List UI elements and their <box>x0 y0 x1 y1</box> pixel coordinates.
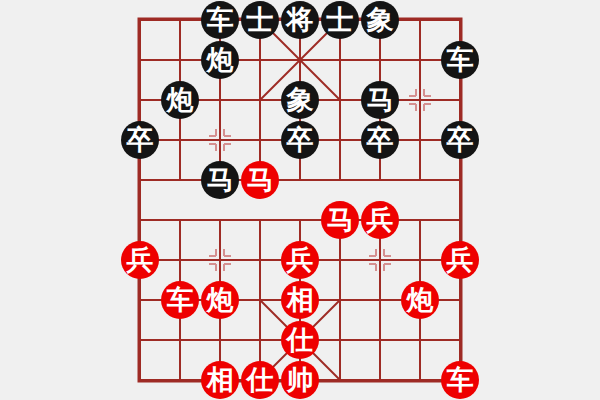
piece-black-象-4x2[interactable]: 象 <box>281 81 319 119</box>
piece-black-车-8x1[interactable]: 车 <box>441 41 479 79</box>
piece-red-兵-4x6[interactable]: 兵 <box>281 241 319 279</box>
piece-black-车-2x0[interactable]: 车 <box>201 1 239 39</box>
piece-black-马-2x4[interactable]: 马 <box>201 161 239 199</box>
piece-red-兵-8x6[interactable]: 兵 <box>441 241 479 279</box>
piece-black-炮-1x2[interactable]: 炮 <box>161 81 199 119</box>
pieces-layer: 车士将士象炮车炮象马卒卒卒卒马马马兵兵兵兵车炮相炮仕相仕帅车 <box>0 0 600 400</box>
piece-red-炮-7x7[interactable]: 炮 <box>401 281 439 319</box>
piece-red-车-8x9[interactable]: 车 <box>441 361 479 399</box>
piece-red-马-5x5[interactable]: 马 <box>321 201 359 239</box>
piece-red-炮-2x7[interactable]: 炮 <box>201 281 239 319</box>
piece-black-士-5x0[interactable]: 士 <box>321 1 359 39</box>
piece-black-卒-6x3[interactable]: 卒 <box>361 121 399 159</box>
piece-red-车-1x7[interactable]: 车 <box>161 281 199 319</box>
piece-black-卒-8x3[interactable]: 卒 <box>441 121 479 159</box>
piece-red-马-3x4[interactable]: 马 <box>241 161 279 199</box>
piece-red-兵-6x5[interactable]: 兵 <box>361 201 399 239</box>
piece-black-士-3x0[interactable]: 士 <box>241 1 279 39</box>
xiangqi-board: 车士将士象炮车炮象马卒卒卒卒马马马兵兵兵兵车炮相炮仕相仕帅车 <box>0 0 600 400</box>
piece-black-卒-0x3[interactable]: 卒 <box>121 121 159 159</box>
piece-red-帅-4x9[interactable]: 帅 <box>281 361 319 399</box>
piece-black-炮-2x1[interactable]: 炮 <box>201 41 239 79</box>
piece-red-相-2x9[interactable]: 相 <box>201 361 239 399</box>
piece-black-卒-4x3[interactable]: 卒 <box>281 121 319 159</box>
piece-black-马-6x2[interactable]: 马 <box>361 81 399 119</box>
piece-black-将-4x0[interactable]: 将 <box>281 1 319 39</box>
piece-red-相-4x7[interactable]: 相 <box>281 281 319 319</box>
piece-red-仕-4x8[interactable]: 仕 <box>281 321 319 359</box>
piece-black-象-6x0[interactable]: 象 <box>361 1 399 39</box>
piece-red-兵-0x6[interactable]: 兵 <box>121 241 159 279</box>
piece-red-仕-3x9[interactable]: 仕 <box>241 361 279 399</box>
